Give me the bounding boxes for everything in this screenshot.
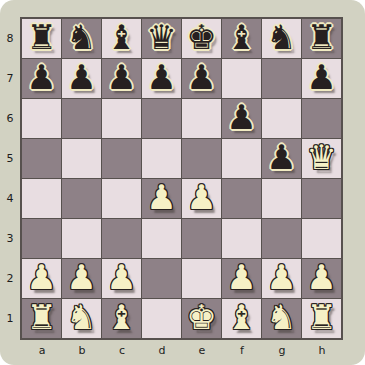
square-f1[interactable]: ♝: [222, 299, 261, 338]
rank-label-6: 6: [2, 99, 18, 139]
square-c1[interactable]: ♝: [102, 299, 141, 338]
piece-white-queen[interactable]: ♛: [306, 138, 336, 177]
square-c6[interactable]: [102, 99, 141, 138]
square-e6[interactable]: [182, 99, 221, 138]
square-a2[interactable]: ♟: [22, 259, 61, 298]
piece-white-bishop[interactable]: ♝: [226, 298, 256, 337]
square-d4[interactable]: ♟: [142, 179, 181, 218]
square-c2[interactable]: ♟: [102, 259, 141, 298]
square-f3[interactable]: [222, 219, 261, 258]
piece-white-pawn[interactable]: ♟: [146, 178, 176, 217]
piece-black-rook[interactable]: ♜: [26, 18, 56, 57]
piece-white-pawn[interactable]: ♟: [266, 258, 296, 297]
square-g3[interactable]: [262, 219, 301, 258]
square-b1[interactable]: ♞: [62, 299, 101, 338]
file-label-c: c: [102, 341, 142, 361]
rank-label-3: 3: [2, 219, 18, 259]
square-h2[interactable]: ♟: [302, 259, 341, 298]
piece-white-pawn[interactable]: ♟: [106, 258, 136, 297]
piece-white-knight[interactable]: ♞: [66, 298, 96, 337]
file-label-g: g: [262, 341, 302, 361]
square-b5[interactable]: [62, 139, 101, 178]
square-e3[interactable]: [182, 219, 221, 258]
chess-board-window: 87654321 ♜♞♝♛♚♝♞♜♟♟♟♟♟♟♟♟♛♟♟♟♟♟♟♟♟♜♞♝♚♝♞…: [0, 0, 365, 365]
rank-label-1: 1: [2, 299, 18, 339]
square-d8[interactable]: ♛: [142, 19, 181, 58]
rank-label-7: 7: [2, 59, 18, 99]
rank-label-8: 8: [2, 19, 18, 59]
square-h6[interactable]: [302, 99, 341, 138]
square-d7[interactable]: ♟: [142, 59, 181, 98]
piece-white-pawn[interactable]: ♟: [26, 258, 56, 297]
square-c3[interactable]: [102, 219, 141, 258]
square-a4[interactable]: [22, 179, 61, 218]
square-b6[interactable]: [62, 99, 101, 138]
piece-white-rook[interactable]: ♜: [26, 298, 56, 337]
square-g5[interactable]: ♟: [262, 139, 301, 178]
piece-black-pawn[interactable]: ♟: [226, 98, 256, 137]
square-f2[interactable]: ♟: [222, 259, 261, 298]
piece-black-pawn[interactable]: ♟: [66, 58, 96, 97]
square-h3[interactable]: [302, 219, 341, 258]
square-g1[interactable]: ♞: [262, 299, 301, 338]
square-c8[interactable]: ♝: [102, 19, 141, 58]
square-a5[interactable]: [22, 139, 61, 178]
piece-black-pawn[interactable]: ♟: [266, 138, 296, 177]
file-label-e: e: [182, 341, 222, 361]
square-h1[interactable]: ♜: [302, 299, 341, 338]
square-g4[interactable]: [262, 179, 301, 218]
square-e1[interactable]: ♚: [182, 299, 221, 338]
square-b4[interactable]: [62, 179, 101, 218]
square-d6[interactable]: [142, 99, 181, 138]
file-labels: abcdefgh: [22, 341, 342, 361]
piece-black-rook[interactable]: ♜: [306, 18, 336, 57]
square-a1[interactable]: ♜: [22, 299, 61, 338]
file-label-d: d: [142, 341, 182, 361]
square-e2[interactable]: [182, 259, 221, 298]
square-c7[interactable]: ♟: [102, 59, 141, 98]
rank-labels: 87654321: [2, 19, 18, 339]
square-a6[interactable]: [22, 99, 61, 138]
piece-black-pawn[interactable]: ♟: [306, 58, 336, 97]
piece-black-queen[interactable]: ♛: [146, 18, 176, 57]
square-f7[interactable]: [222, 59, 261, 98]
piece-white-king[interactable]: ♚: [186, 298, 216, 337]
square-a7[interactable]: ♟: [22, 59, 61, 98]
chess-board[interactable]: ♜♞♝♛♚♝♞♜♟♟♟♟♟♟♟♟♛♟♟♟♟♟♟♟♟♜♞♝♚♝♞♜: [20, 17, 343, 340]
square-f4[interactable]: [222, 179, 261, 218]
square-d3[interactable]: [142, 219, 181, 258]
square-f5[interactable]: [222, 139, 261, 178]
piece-white-pawn[interactable]: ♟: [186, 178, 216, 217]
square-g2[interactable]: ♟: [262, 259, 301, 298]
square-e5[interactable]: [182, 139, 221, 178]
rank-label-5: 5: [2, 139, 18, 179]
piece-black-bishop[interactable]: ♝: [106, 18, 136, 57]
piece-white-pawn[interactable]: ♟: [226, 258, 256, 297]
piece-black-pawn[interactable]: ♟: [26, 58, 56, 97]
piece-white-bishop[interactable]: ♝: [106, 298, 136, 337]
piece-black-pawn[interactable]: ♟: [146, 58, 176, 97]
square-b8[interactable]: ♞: [62, 19, 101, 58]
square-d1[interactable]: [142, 299, 181, 338]
file-label-f: f: [222, 341, 262, 361]
rank-label-2: 2: [2, 259, 18, 299]
piece-black-king[interactable]: ♚: [186, 18, 216, 57]
square-h7[interactable]: ♟: [302, 59, 341, 98]
square-c5[interactable]: [102, 139, 141, 178]
square-f6[interactable]: ♟: [222, 99, 261, 138]
square-g6[interactable]: [262, 99, 301, 138]
piece-black-pawn[interactable]: ♟: [106, 58, 136, 97]
piece-white-rook[interactable]: ♜: [306, 298, 336, 337]
rank-label-4: 4: [2, 179, 18, 219]
square-h8[interactable]: ♜: [302, 19, 341, 58]
square-d2[interactable]: [142, 259, 181, 298]
piece-white-pawn[interactable]: ♟: [66, 258, 96, 297]
square-h5[interactable]: ♛: [302, 139, 341, 178]
square-e4[interactable]: ♟: [182, 179, 221, 218]
piece-white-knight[interactable]: ♞: [266, 298, 296, 337]
square-b3[interactable]: [62, 219, 101, 258]
file-label-a: a: [22, 341, 62, 361]
square-b2[interactable]: ♟: [62, 259, 101, 298]
square-d5[interactable]: [142, 139, 181, 178]
square-b7[interactable]: ♟: [62, 59, 101, 98]
piece-black-bishop[interactable]: ♝: [226, 18, 256, 57]
file-label-h: h: [302, 341, 342, 361]
piece-black-knight[interactable]: ♞: [266, 18, 296, 57]
piece-black-knight[interactable]: ♞: [66, 18, 96, 57]
square-a3[interactable]: [22, 219, 61, 258]
square-g8[interactable]: ♞: [262, 19, 301, 58]
square-c4[interactable]: [102, 179, 141, 218]
square-f8[interactable]: ♝: [222, 19, 261, 58]
piece-white-pawn[interactable]: ♟: [306, 258, 336, 297]
square-a8[interactable]: ♜: [22, 19, 61, 58]
square-e7[interactable]: ♟: [182, 59, 221, 98]
square-e8[interactable]: ♚: [182, 19, 221, 58]
piece-black-pawn[interactable]: ♟: [186, 58, 216, 97]
square-g7[interactable]: [262, 59, 301, 98]
file-label-b: b: [62, 341, 102, 361]
square-h4[interactable]: [302, 179, 341, 218]
